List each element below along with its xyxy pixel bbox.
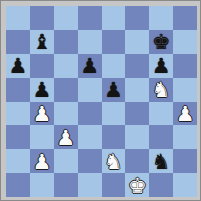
square-g2[interactable]: ♞ bbox=[149, 149, 173, 173]
square-d2[interactable] bbox=[78, 149, 102, 173]
square-g7[interactable]: ♚ bbox=[149, 30, 173, 54]
square-a1[interactable] bbox=[6, 173, 30, 197]
board-frame: ♝♚♟♟♟♟♟♞♟♟♟♟♞♞♚ bbox=[0, 0, 201, 201]
square-e3[interactable] bbox=[102, 125, 126, 149]
square-e1[interactable] bbox=[102, 173, 126, 197]
square-d4[interactable] bbox=[78, 102, 102, 126]
square-d6[interactable]: ♟ bbox=[78, 54, 102, 78]
square-a7[interactable] bbox=[6, 30, 30, 54]
black-pawn-icon[interactable]: ♟ bbox=[104, 80, 123, 101]
square-f8[interactable] bbox=[125, 6, 149, 30]
white-knight-icon[interactable]: ♞ bbox=[104, 151, 123, 172]
square-f5[interactable] bbox=[125, 78, 149, 102]
square-c6[interactable] bbox=[54, 54, 78, 78]
white-king-icon[interactable]: ♚ bbox=[128, 175, 147, 196]
square-a6[interactable]: ♟ bbox=[6, 54, 30, 78]
square-b8[interactable] bbox=[30, 6, 54, 30]
square-e2[interactable]: ♞ bbox=[102, 149, 126, 173]
square-a3[interactable] bbox=[6, 125, 30, 149]
square-d1[interactable] bbox=[78, 173, 102, 197]
white-pawn-icon[interactable]: ♟ bbox=[32, 151, 51, 172]
square-c4[interactable] bbox=[54, 102, 78, 126]
square-g6[interactable]: ♟ bbox=[149, 54, 173, 78]
black-pawn-icon[interactable]: ♟ bbox=[32, 80, 51, 101]
square-c8[interactable] bbox=[54, 6, 78, 30]
square-a2[interactable] bbox=[6, 149, 30, 173]
square-e5[interactable]: ♟ bbox=[102, 78, 126, 102]
square-h8[interactable] bbox=[173, 6, 197, 30]
square-e7[interactable] bbox=[102, 30, 126, 54]
white-pawn-icon[interactable]: ♟ bbox=[176, 103, 195, 124]
white-knight-icon[interactable]: ♞ bbox=[152, 80, 171, 101]
square-d7[interactable] bbox=[78, 30, 102, 54]
square-h7[interactable] bbox=[173, 30, 197, 54]
square-f6[interactable] bbox=[125, 54, 149, 78]
square-b1[interactable] bbox=[30, 173, 54, 197]
square-h2[interactable] bbox=[173, 149, 197, 173]
square-a8[interactable] bbox=[6, 6, 30, 30]
black-pawn-icon[interactable]: ♟ bbox=[80, 56, 99, 77]
square-b2[interactable]: ♟ bbox=[30, 149, 54, 173]
white-pawn-icon[interactable]: ♟ bbox=[56, 127, 75, 148]
square-f4[interactable] bbox=[125, 102, 149, 126]
square-h3[interactable] bbox=[173, 125, 197, 149]
square-h6[interactable] bbox=[173, 54, 197, 78]
square-f7[interactable] bbox=[125, 30, 149, 54]
square-g5[interactable]: ♞ bbox=[149, 78, 173, 102]
square-g8[interactable] bbox=[149, 6, 173, 30]
square-f1[interactable]: ♚ bbox=[125, 173, 149, 197]
square-b7[interactable]: ♝ bbox=[30, 30, 54, 54]
square-h4[interactable]: ♟ bbox=[173, 102, 197, 126]
square-g4[interactable] bbox=[149, 102, 173, 126]
square-b6[interactable] bbox=[30, 54, 54, 78]
black-pawn-icon[interactable]: ♟ bbox=[152, 56, 171, 77]
square-e8[interactable] bbox=[102, 6, 126, 30]
square-c5[interactable] bbox=[54, 78, 78, 102]
square-d8[interactable] bbox=[78, 6, 102, 30]
square-h1[interactable] bbox=[173, 173, 197, 197]
square-e6[interactable] bbox=[102, 54, 126, 78]
square-b4[interactable]: ♟ bbox=[30, 102, 54, 126]
square-a5[interactable] bbox=[6, 78, 30, 102]
black-bishop-icon[interactable]: ♝ bbox=[32, 32, 51, 53]
square-h5[interactable] bbox=[173, 78, 197, 102]
square-c2[interactable] bbox=[54, 149, 78, 173]
square-b3[interactable] bbox=[30, 125, 54, 149]
square-c3[interactable]: ♟ bbox=[54, 125, 78, 149]
black-knight-icon[interactable]: ♞ bbox=[152, 151, 171, 172]
square-g1[interactable] bbox=[149, 173, 173, 197]
square-c1[interactable] bbox=[54, 173, 78, 197]
square-f3[interactable] bbox=[125, 125, 149, 149]
square-e4[interactable] bbox=[102, 102, 126, 126]
black-king-icon[interactable]: ♚ bbox=[152, 32, 171, 53]
square-d5[interactable] bbox=[78, 78, 102, 102]
square-a4[interactable] bbox=[6, 102, 30, 126]
black-pawn-icon[interactable]: ♟ bbox=[9, 56, 28, 77]
chess-app-window: ♝♚♟♟♟♟♟♞♟♟♟♟♞♞♚ bbox=[0, 0, 201, 201]
square-f2[interactable] bbox=[125, 149, 149, 173]
chess-board[interactable]: ♝♚♟♟♟♟♟♞♟♟♟♟♞♞♚ bbox=[6, 6, 197, 197]
white-pawn-icon[interactable]: ♟ bbox=[32, 103, 51, 124]
square-b5[interactable]: ♟ bbox=[30, 78, 54, 102]
square-c7[interactable] bbox=[54, 30, 78, 54]
square-d3[interactable] bbox=[78, 125, 102, 149]
square-g3[interactable] bbox=[149, 125, 173, 149]
